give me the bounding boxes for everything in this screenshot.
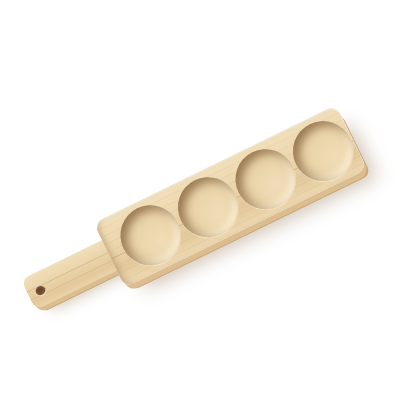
flight-paddle <box>12 105 367 328</box>
product-photo-canvas <box>0 0 400 400</box>
paddle-board <box>93 105 367 288</box>
